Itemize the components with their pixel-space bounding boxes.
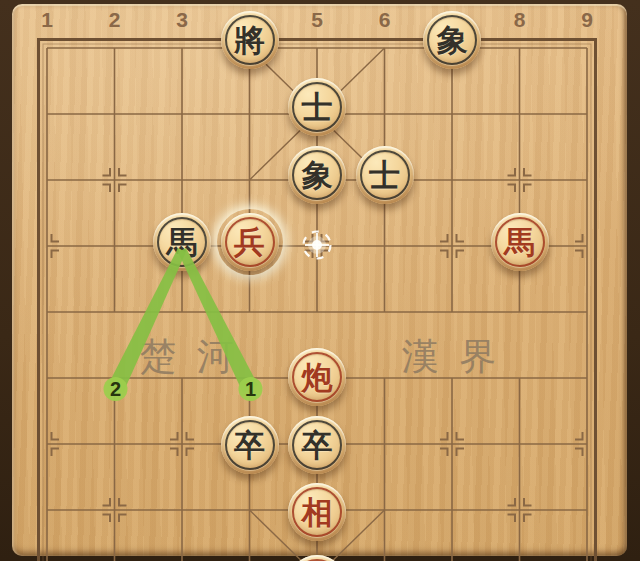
piece-character: 象 — [423, 11, 481, 69]
column-label-5: 5 — [311, 8, 323, 32]
river-right-char: 漢 — [402, 332, 439, 382]
piece-red-soldier[interactable]: 兵 — [221, 213, 279, 271]
piece-red-unknown-clipped[interactable] — [288, 555, 346, 561]
piece-character: 馬 — [153, 213, 211, 271]
piece-black-advisor[interactable]: 士 — [356, 146, 414, 204]
piece-red-horse[interactable]: 馬 — [491, 213, 549, 271]
piece-character: 卒 — [288, 416, 346, 474]
column-label-8: 8 — [514, 8, 526, 32]
piece-character: 將 — [221, 11, 279, 69]
piece-character: 相 — [288, 483, 346, 541]
piece-black-soldier[interactable]: 卒 — [288, 416, 346, 474]
river-right-char: 界 — [460, 332, 497, 382]
move-hint-label-1[interactable]: 1 — [245, 378, 256, 400]
river-left-char: 河 — [197, 332, 234, 382]
piece-black-horse[interactable]: 馬 — [153, 213, 211, 271]
column-label-2: 2 — [109, 8, 121, 32]
piece-character: 馬 — [491, 213, 549, 271]
piece-black-general[interactable]: 將 — [221, 11, 279, 69]
river-left-char: 楚 — [140, 332, 177, 382]
piece-character: 卒 — [221, 416, 279, 474]
column-label-3: 3 — [176, 8, 188, 32]
piece-red-cannon[interactable]: 炮 — [288, 348, 346, 406]
piece-black-advisor[interactable]: 士 — [288, 78, 346, 136]
xiangqi-board: 123456789 楚河漢界 將象士象士馬兵馬炮卒卒相 21 — [0, 0, 640, 561]
piece-character: 炮 — [288, 348, 346, 406]
piece-black-soldier[interactable]: 卒 — [221, 416, 279, 474]
piece-character: 兵 — [221, 213, 279, 271]
piece-black-elephant[interactable]: 象 — [423, 11, 481, 69]
piece-character — [288, 555, 346, 561]
piece-character: 象 — [288, 146, 346, 204]
column-label-9: 9 — [581, 8, 593, 32]
piece-red-elephant[interactable]: 相 — [288, 483, 346, 541]
piece-character: 士 — [288, 78, 346, 136]
column-label-1: 1 — [41, 8, 53, 32]
piece-black-elephant[interactable]: 象 — [288, 146, 346, 204]
column-label-6: 6 — [379, 8, 391, 32]
piece-character: 士 — [356, 146, 414, 204]
move-hint-label-2[interactable]: 2 — [110, 378, 121, 400]
